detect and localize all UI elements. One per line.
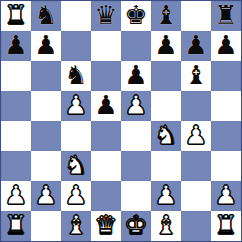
square-g5[interactable] bbox=[181, 91, 211, 121]
square-e8[interactable]: ♚ bbox=[121, 1, 151, 31]
black-pawn-d5[interactable]: ♟ bbox=[94, 92, 117, 118]
square-b7[interactable]: ♟ bbox=[31, 31, 61, 61]
square-b4[interactable] bbox=[31, 121, 61, 151]
white-pawn-c2[interactable]: ♟ bbox=[64, 182, 87, 208]
square-f8[interactable]: ♝ bbox=[151, 1, 181, 31]
black-pawn-a7[interactable]: ♟ bbox=[4, 32, 27, 58]
square-f1[interactable]: ♝ bbox=[151, 211, 181, 241]
square-d4[interactable] bbox=[91, 121, 121, 151]
square-d5[interactable]: ♟ bbox=[91, 91, 121, 121]
white-knight-f4[interactable]: ♞ bbox=[154, 122, 177, 148]
black-king-e8[interactable]: ♚ bbox=[124, 2, 147, 28]
black-rook-h8[interactable]: ♜ bbox=[214, 2, 237, 28]
square-a4[interactable] bbox=[1, 121, 31, 151]
square-b3[interactable] bbox=[31, 151, 61, 181]
square-a6[interactable] bbox=[1, 61, 31, 91]
white-rook-a8[interactable]: ♜ bbox=[4, 2, 27, 28]
black-knight-c6[interactable]: ♞ bbox=[64, 62, 87, 88]
black-pawn-b7[interactable]: ♟ bbox=[34, 32, 57, 58]
square-c7[interactable] bbox=[61, 31, 91, 61]
white-rook-h1[interactable]: ♜ bbox=[214, 212, 237, 238]
white-pawn-e5[interactable]: ♟ bbox=[124, 92, 147, 118]
square-e4[interactable] bbox=[121, 121, 151, 151]
square-h2[interactable]: ♟ bbox=[211, 181, 241, 211]
square-d2[interactable] bbox=[91, 181, 121, 211]
black-bishop-f8[interactable]: ♝ bbox=[154, 2, 177, 28]
white-pawn-c5[interactable]: ♟ bbox=[64, 92, 87, 118]
square-c3[interactable]: ♞ bbox=[61, 151, 91, 181]
square-d8[interactable]: ♛ bbox=[91, 1, 121, 31]
white-pawn-g4[interactable]: ♟ bbox=[184, 122, 207, 148]
black-bishop-g6[interactable]: ♝ bbox=[184, 62, 207, 88]
square-e2[interactable] bbox=[121, 181, 151, 211]
white-queen-d1[interactable]: ♛ bbox=[94, 212, 117, 238]
square-g3[interactable] bbox=[181, 151, 211, 181]
square-b1[interactable] bbox=[31, 211, 61, 241]
square-d3[interactable] bbox=[91, 151, 121, 181]
white-pawn-a2[interactable]: ♟ bbox=[4, 182, 27, 208]
square-g4[interactable]: ♟ bbox=[181, 121, 211, 151]
square-g8[interactable] bbox=[181, 1, 211, 31]
square-h4[interactable] bbox=[211, 121, 241, 151]
square-g7[interactable]: ♟ bbox=[181, 31, 211, 61]
square-c6[interactable]: ♞ bbox=[61, 61, 91, 91]
black-queen-d8[interactable]: ♛ bbox=[94, 2, 117, 28]
square-b6[interactable] bbox=[31, 61, 61, 91]
square-b5[interactable] bbox=[31, 91, 61, 121]
white-rook-a1[interactable]: ♜ bbox=[4, 212, 27, 238]
square-f5[interactable] bbox=[151, 91, 181, 121]
square-h8[interactable]: ♜ bbox=[211, 1, 241, 31]
square-d6[interactable] bbox=[91, 61, 121, 91]
square-c5[interactable]: ♟ bbox=[61, 91, 91, 121]
square-a3[interactable] bbox=[1, 151, 31, 181]
white-pawn-h2[interactable]: ♟ bbox=[214, 182, 237, 208]
square-a1[interactable]: ♜ bbox=[1, 211, 31, 241]
white-pawn-f2[interactable]: ♟ bbox=[154, 182, 177, 208]
square-a5[interactable] bbox=[1, 91, 31, 121]
square-e1[interactable]: ♚ bbox=[121, 211, 151, 241]
square-h5[interactable] bbox=[211, 91, 241, 121]
square-b2[interactable]: ♟ bbox=[31, 181, 61, 211]
square-h3[interactable] bbox=[211, 151, 241, 181]
square-c2[interactable]: ♟ bbox=[61, 181, 91, 211]
square-c8[interactable] bbox=[61, 1, 91, 31]
square-h6[interactable] bbox=[211, 61, 241, 91]
square-g6[interactable]: ♝ bbox=[181, 61, 211, 91]
black-pawn-g7[interactable]: ♟ bbox=[184, 32, 207, 58]
square-a7[interactable]: ♟ bbox=[1, 31, 31, 61]
square-f4[interactable]: ♞ bbox=[151, 121, 181, 151]
black-knight-b8[interactable]: ♞ bbox=[34, 2, 57, 28]
black-pawn-f7[interactable]: ♟ bbox=[154, 32, 177, 58]
square-f3[interactable] bbox=[151, 151, 181, 181]
square-h7[interactable]: ♟ bbox=[211, 31, 241, 61]
white-pawn-b2[interactable]: ♟ bbox=[34, 182, 57, 208]
square-b8[interactable]: ♞ bbox=[31, 1, 61, 31]
white-bishop-f1[interactable]: ♝ bbox=[154, 212, 177, 238]
square-g2[interactable] bbox=[181, 181, 211, 211]
square-f6[interactable] bbox=[151, 61, 181, 91]
square-d1[interactable]: ♛ bbox=[91, 211, 121, 241]
white-king-e1[interactable]: ♚ bbox=[124, 212, 147, 238]
white-bishop-c1[interactable]: ♝ bbox=[64, 212, 87, 238]
white-knight-c3[interactable]: ♞ bbox=[64, 152, 87, 178]
square-d7[interactable] bbox=[91, 31, 121, 61]
black-pawn-h7[interactable]: ♟ bbox=[214, 32, 237, 58]
square-e3[interactable] bbox=[121, 151, 151, 181]
square-a2[interactable]: ♟ bbox=[1, 181, 31, 211]
square-c4[interactable] bbox=[61, 121, 91, 151]
square-f2[interactable]: ♟ bbox=[151, 181, 181, 211]
square-h1[interactable]: ♜ bbox=[211, 211, 241, 241]
square-e5[interactable]: ♟ bbox=[121, 91, 151, 121]
square-c1[interactable]: ♝ bbox=[61, 211, 91, 241]
chess-board: ♜♞♛♚♝♜♟♟♟♟♟♞♟♝♟♟♟♞♟♞♟♟♟♟♟♜♝♛♚♝♜ bbox=[0, 0, 242, 242]
square-g1[interactable] bbox=[181, 211, 211, 241]
square-f7[interactable]: ♟ bbox=[151, 31, 181, 61]
black-pawn-e6[interactable]: ♟ bbox=[124, 62, 147, 88]
square-e7[interactable] bbox=[121, 31, 151, 61]
square-e6[interactable]: ♟ bbox=[121, 61, 151, 91]
square-a8[interactable]: ♜ bbox=[1, 1, 31, 31]
